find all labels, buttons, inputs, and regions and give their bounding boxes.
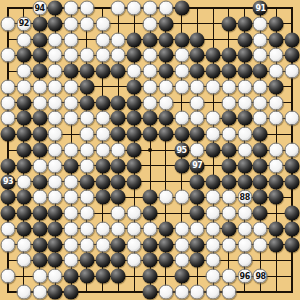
stone-white[interactable]: [143, 64, 158, 79]
stone-black[interactable]: [111, 64, 126, 79]
stone-black[interactable]: [127, 48, 142, 63]
stone-white[interactable]: [269, 158, 284, 173]
stone-black[interactable]: 97: [190, 158, 205, 173]
stone-black[interactable]: [127, 174, 142, 189]
stone-white[interactable]: [48, 174, 63, 189]
move-number-label: 93: [3, 178, 13, 186]
stone-white[interactable]: [127, 64, 142, 79]
stone-white[interactable]: [32, 79, 47, 94]
stone-white[interactable]: [143, 16, 158, 31]
stone-black[interactable]: [143, 253, 158, 268]
stone-white[interactable]: [48, 32, 63, 47]
stone-black[interactable]: [16, 48, 31, 63]
stone-white[interactable]: [190, 95, 205, 110]
stone-black[interactable]: [48, 253, 63, 268]
stone-black[interactable]: [1, 190, 16, 205]
stone-black[interactable]: [32, 143, 47, 158]
stone-black[interactable]: [32, 206, 47, 221]
stone-black[interactable]: [253, 127, 268, 142]
stone-white[interactable]: [127, 221, 142, 236]
stone-black[interactable]: [16, 95, 31, 110]
stone-white[interactable]: [221, 285, 236, 300]
stone-black[interactable]: [221, 158, 236, 173]
stone-white[interactable]: [16, 237, 31, 252]
stone-white[interactable]: [253, 237, 268, 252]
stone-white[interactable]: [48, 64, 63, 79]
stone-white[interactable]: [206, 221, 221, 236]
stone-black[interactable]: [143, 269, 158, 284]
stone-white[interactable]: [237, 143, 252, 158]
star-point: [148, 148, 152, 152]
stone-black[interactable]: [158, 221, 173, 236]
stone-black[interactable]: [190, 237, 205, 252]
stone-white[interactable]: [111, 32, 126, 47]
stone-white[interactable]: [64, 143, 79, 158]
stone-white[interactable]: [190, 221, 205, 236]
stone-white[interactable]: [158, 79, 173, 94]
stone-black[interactable]: [143, 285, 158, 300]
stone-white[interactable]: [64, 237, 79, 252]
stone-white[interactable]: [32, 95, 47, 110]
stone-white[interactable]: [269, 64, 284, 79]
stone-black[interactable]: [127, 127, 142, 142]
stone-white[interactable]: [64, 16, 79, 31]
stone-white[interactable]: [32, 158, 47, 173]
stone-black[interactable]: [143, 190, 158, 205]
stone-white[interactable]: [64, 174, 79, 189]
stone-black[interactable]: [48, 285, 63, 300]
stone-black[interactable]: [32, 48, 47, 63]
stone-white[interactable]: [95, 48, 110, 63]
stone-white[interactable]: [190, 111, 205, 126]
stone-white[interactable]: 98: [253, 269, 268, 284]
stone-black[interactable]: [221, 221, 236, 236]
stone-white[interactable]: [1, 48, 16, 63]
stone-white[interactable]: [48, 79, 63, 94]
stone-white[interactable]: [79, 190, 94, 205]
stone-black[interactable]: [16, 221, 31, 236]
stone-black[interactable]: [111, 237, 126, 252]
stone-black[interactable]: [111, 269, 126, 284]
stone-black[interactable]: 91: [253, 1, 268, 16]
stone-white[interactable]: [48, 158, 63, 173]
stone-black[interactable]: [158, 111, 173, 126]
stone-black[interactable]: [158, 253, 173, 268]
stone-black[interactable]: [95, 190, 110, 205]
stone-black[interactable]: [143, 206, 158, 221]
stone-black[interactable]: [253, 190, 268, 205]
stone-black[interactable]: [285, 237, 300, 252]
stone-black[interactable]: [221, 143, 236, 158]
stone-white[interactable]: [253, 111, 268, 126]
stone-black[interactable]: [1, 127, 16, 142]
stone-white[interactable]: [237, 79, 252, 94]
stone-white[interactable]: [127, 1, 142, 16]
stone-black[interactable]: [127, 158, 142, 173]
stone-black[interactable]: [127, 95, 142, 110]
stone-white[interactable]: [206, 206, 221, 221]
stone-black[interactable]: [32, 253, 47, 268]
stone-white[interactable]: [95, 143, 110, 158]
stone-white[interactable]: [79, 221, 94, 236]
stone-white[interactable]: [143, 95, 158, 110]
stone-white[interactable]: [48, 127, 63, 142]
stone-white[interactable]: [253, 221, 268, 236]
stone-black[interactable]: [158, 48, 173, 63]
stone-white[interactable]: [79, 48, 94, 63]
stone-white[interactable]: [32, 269, 47, 284]
stone-white[interactable]: [95, 111, 110, 126]
stone-black[interactable]: [285, 174, 300, 189]
stone-white[interactable]: [221, 127, 236, 142]
stone-white[interactable]: [253, 48, 268, 63]
stone-white[interactable]: [79, 16, 94, 31]
stone-black[interactable]: [64, 158, 79, 173]
stone-black[interactable]: [253, 143, 268, 158]
stone-black[interactable]: [285, 158, 300, 173]
stone-white[interactable]: [253, 32, 268, 47]
stone-white[interactable]: [237, 95, 252, 110]
stone-white[interactable]: [221, 79, 236, 94]
stone-white[interactable]: [48, 190, 63, 205]
stone-black[interactable]: [221, 16, 236, 31]
stone-black[interactable]: [32, 237, 47, 252]
stone-white[interactable]: [95, 221, 110, 236]
stone-black[interactable]: [253, 158, 268, 173]
stone-black[interactable]: [48, 206, 63, 221]
stone-white[interactable]: [95, 32, 110, 47]
stone-white[interactable]: [1, 95, 16, 110]
stone-white[interactable]: [174, 79, 189, 94]
stone-white[interactable]: 94: [32, 1, 47, 16]
stone-black[interactable]: [221, 64, 236, 79]
stone-white[interactable]: [285, 64, 300, 79]
stone-black[interactable]: [79, 64, 94, 79]
stone-black[interactable]: [158, 237, 173, 252]
stone-black[interactable]: [32, 127, 47, 142]
stone-black[interactable]: [111, 95, 126, 110]
stone-white[interactable]: [64, 79, 79, 94]
stone-black[interactable]: [158, 32, 173, 47]
stone-black[interactable]: [237, 158, 252, 173]
stone-black[interactable]: [143, 237, 158, 252]
stone-black[interactable]: [269, 32, 284, 47]
stone-white[interactable]: [64, 95, 79, 110]
stone-white[interactable]: [1, 237, 16, 252]
stone-black[interactable]: [111, 111, 126, 126]
stone-white[interactable]: [95, 237, 110, 252]
stone-white[interactable]: [206, 79, 221, 94]
stone-black[interactable]: [127, 143, 142, 158]
stone-black[interactable]: [190, 206, 205, 221]
stone-black[interactable]: [95, 253, 110, 268]
stone-black[interactable]: [79, 253, 94, 268]
stone-white[interactable]: [143, 221, 158, 236]
stone-white[interactable]: [206, 269, 221, 284]
stone-white[interactable]: [190, 79, 205, 94]
stone-black[interactable]: [127, 32, 142, 47]
stone-black[interactable]: [32, 174, 47, 189]
stone-black[interactable]: [64, 269, 79, 284]
stone-black[interactable]: [32, 111, 47, 126]
stone-black[interactable]: [237, 174, 252, 189]
stone-black[interactable]: [285, 206, 300, 221]
stone-black[interactable]: [174, 32, 189, 47]
stone-white[interactable]: [206, 285, 221, 300]
stone-white[interactable]: [64, 32, 79, 47]
stone-black[interactable]: [16, 111, 31, 126]
stone-black[interactable]: [285, 48, 300, 63]
stone-black[interactable]: [237, 64, 252, 79]
stone-black[interactable]: 95: [174, 143, 189, 158]
stone-black[interactable]: [48, 221, 63, 236]
stone-black[interactable]: [111, 174, 126, 189]
stone-black[interactable]: [237, 32, 252, 47]
stone-white[interactable]: [1, 111, 16, 126]
stone-black[interactable]: [221, 48, 236, 63]
stone-black[interactable]: [206, 174, 221, 189]
stone-black[interactable]: [1, 206, 16, 221]
stone-black[interactable]: [95, 158, 110, 173]
stone-black[interactable]: [190, 32, 205, 47]
stone-white[interactable]: [79, 127, 94, 142]
stone-white[interactable]: [64, 48, 79, 63]
stone-white[interactable]: [79, 158, 94, 173]
stone-black[interactable]: [111, 253, 126, 268]
stone-black[interactable]: [190, 253, 205, 268]
stone-black[interactable]: [79, 269, 94, 284]
stone-white[interactable]: [174, 221, 189, 236]
stone-white[interactable]: [64, 111, 79, 126]
stone-black[interactable]: [79, 79, 94, 94]
stone-black[interactable]: [269, 221, 284, 236]
stone-black[interactable]: [48, 1, 63, 16]
stone-white[interactable]: [127, 253, 142, 268]
stone-white[interactable]: [64, 190, 79, 205]
stone-black[interactable]: [95, 174, 110, 189]
stone-black[interactable]: [111, 158, 126, 173]
stone-black[interactable]: [111, 127, 126, 142]
stone-white[interactable]: [64, 253, 79, 268]
stone-white[interactable]: [174, 64, 189, 79]
stone-white[interactable]: [143, 1, 158, 16]
stone-black[interactable]: [190, 64, 205, 79]
stone-white[interactable]: [190, 143, 205, 158]
stone-white[interactable]: [79, 237, 94, 252]
stone-white[interactable]: [269, 143, 284, 158]
stone-white[interactable]: [16, 79, 31, 94]
stone-black[interactable]: [221, 174, 236, 189]
stone-black[interactable]: [95, 64, 110, 79]
stone-black[interactable]: [16, 158, 31, 173]
stone-black[interactable]: [206, 64, 221, 79]
stone-white[interactable]: [64, 221, 79, 236]
stone-black[interactable]: [253, 174, 268, 189]
stone-white[interactable]: [79, 206, 94, 221]
stone-white[interactable]: [16, 174, 31, 189]
stone-black[interactable]: [79, 95, 94, 110]
stone-white[interactable]: [253, 95, 268, 110]
stone-white[interactable]: [174, 48, 189, 63]
stone-black[interactable]: [48, 16, 63, 31]
stone-white[interactable]: [48, 48, 63, 63]
stone-black[interactable]: [111, 190, 126, 205]
stone-black[interactable]: [158, 127, 173, 142]
stone-white[interactable]: [1, 79, 16, 94]
stone-white[interactable]: [79, 111, 94, 126]
stone-white[interactable]: [237, 237, 252, 252]
stone-black[interactable]: [174, 269, 189, 284]
stone-white[interactable]: 92: [16, 16, 31, 31]
stone-white[interactable]: [111, 143, 126, 158]
stone-black[interactable]: [158, 64, 173, 79]
stone-black[interactable]: [269, 237, 284, 252]
stone-black[interactable]: [79, 174, 94, 189]
stone-black[interactable]: [269, 174, 284, 189]
stone-white[interactable]: [143, 79, 158, 94]
stone-black[interactable]: [127, 111, 142, 126]
stone-white[interactable]: [158, 95, 173, 110]
stone-white[interactable]: [16, 32, 31, 47]
stone-white[interactable]: [95, 127, 110, 142]
stone-black[interactable]: [127, 79, 142, 94]
stone-white[interactable]: [32, 285, 47, 300]
stone-black[interactable]: [190, 190, 205, 205]
stone-white[interactable]: [269, 48, 284, 63]
stone-black[interactable]: [285, 32, 300, 47]
stone-white[interactable]: [206, 237, 221, 252]
stone-white[interactable]: [221, 269, 236, 284]
stone-black[interactable]: [269, 190, 284, 205]
stone-black[interactable]: [174, 1, 189, 16]
stone-white[interactable]: [32, 190, 47, 205]
stone-black[interactable]: [206, 143, 221, 158]
stone-white[interactable]: [48, 143, 63, 158]
stone-white[interactable]: [206, 111, 221, 126]
stone-white[interactable]: [127, 237, 142, 252]
stone-white[interactable]: [174, 111, 189, 126]
stone-white[interactable]: [48, 95, 63, 110]
stone-black[interactable]: [269, 16, 284, 31]
stone-white[interactable]: [221, 190, 236, 205]
stone-white[interactable]: [174, 237, 189, 252]
stone-black[interactable]: [143, 111, 158, 126]
stone-black[interactable]: [143, 32, 158, 47]
stone-black[interactable]: [32, 16, 47, 31]
stone-white[interactable]: [253, 16, 268, 31]
stone-black[interactable]: [237, 16, 252, 31]
stone-black[interactable]: [237, 111, 252, 126]
stone-black[interactable]: [48, 237, 63, 252]
stone-white[interactable]: [48, 269, 63, 284]
stone-white[interactable]: [174, 253, 189, 268]
stone-black[interactable]: [190, 174, 205, 189]
stone-black[interactable]: [237, 48, 252, 63]
stone-black[interactable]: [32, 221, 47, 236]
stone-white[interactable]: [64, 206, 79, 221]
stone-white[interactable]: [269, 95, 284, 110]
stone-black[interactable]: [174, 127, 189, 142]
stone-black[interactable]: [174, 158, 189, 173]
stone-white[interactable]: [190, 285, 205, 300]
stone-white[interactable]: [79, 143, 94, 158]
stone-black[interactable]: [221, 111, 236, 126]
stone-black[interactable]: [1, 158, 16, 173]
stone-black[interactable]: [16, 143, 31, 158]
stone-black[interactable]: [158, 16, 173, 31]
stone-white[interactable]: [16, 253, 31, 268]
stone-white[interactable]: [111, 206, 126, 221]
stone-white[interactable]: [111, 48, 126, 63]
stone-white[interactable]: [221, 95, 236, 110]
stone-black[interactable]: [206, 48, 221, 63]
stone-white[interactable]: [111, 221, 126, 236]
stone-black[interactable]: [64, 64, 79, 79]
stone-black[interactable]: [285, 221, 300, 236]
stone-black[interactable]: 93: [1, 174, 16, 189]
stone-white[interactable]: [237, 221, 252, 236]
stone-white[interactable]: [269, 111, 284, 126]
stone-white[interactable]: [111, 1, 126, 16]
stone-black[interactable]: [16, 190, 31, 205]
stone-white[interactable]: [253, 79, 268, 94]
stone-white[interactable]: [16, 285, 31, 300]
stone-white[interactable]: [237, 253, 252, 268]
stone-black[interactable]: [253, 64, 268, 79]
stone-black[interactable]: [32, 64, 47, 79]
stone-white[interactable]: [237, 206, 252, 221]
stone-black[interactable]: [16, 127, 31, 142]
stone-white[interactable]: [174, 285, 189, 300]
stone-white[interactable]: [221, 206, 236, 221]
stone-white[interactable]: [127, 206, 142, 221]
stone-black[interactable]: [64, 285, 79, 300]
stone-white[interactable]: [285, 111, 300, 126]
stone-white[interactable]: [206, 190, 221, 205]
stone-white[interactable]: [237, 127, 252, 142]
stone-white[interactable]: [95, 16, 110, 31]
stone-white[interactable]: [1, 269, 16, 284]
stone-black[interactable]: [190, 127, 205, 142]
stone-black[interactable]: [143, 127, 158, 142]
stone-white[interactable]: [285, 143, 300, 158]
stone-white[interactable]: [16, 64, 31, 79]
stone-white[interactable]: [206, 253, 221, 268]
stone-black[interactable]: [95, 95, 110, 110]
stone-white[interactable]: [158, 285, 173, 300]
stone-white[interactable]: [143, 48, 158, 63]
stone-white[interactable]: [1, 16, 16, 31]
stone-white[interactable]: [158, 1, 173, 16]
stone-white[interactable]: 88: [237, 190, 252, 205]
stone-white[interactable]: [221, 237, 236, 252]
stone-white[interactable]: [174, 190, 189, 205]
stone-black[interactable]: [190, 48, 205, 63]
stone-black[interactable]: [95, 269, 110, 284]
stone-black[interactable]: [253, 206, 268, 221]
stone-white[interactable]: 96: [237, 269, 252, 284]
stone-white[interactable]: [1, 221, 16, 236]
stone-white[interactable]: [64, 1, 79, 16]
stone-white[interactable]: [48, 111, 63, 126]
stone-white[interactable]: [79, 1, 94, 16]
stone-white[interactable]: [158, 190, 173, 205]
stone-black[interactable]: [269, 79, 284, 94]
stone-black[interactable]: [32, 32, 47, 47]
stone-black[interactable]: [16, 206, 31, 221]
stone-white[interactable]: [206, 127, 221, 142]
go-board[interactable]: 949192959793889698: [0, 0, 300, 300]
